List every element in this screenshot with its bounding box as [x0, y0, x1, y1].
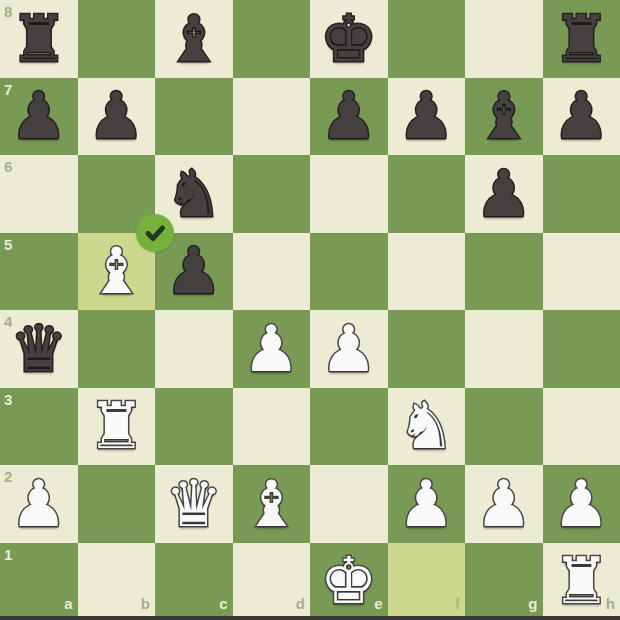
- square-b4[interactable]: [78, 310, 156, 388]
- square-c3[interactable]: [155, 388, 233, 466]
- rank-label-3: 3: [4, 391, 12, 408]
- piece-white-queen[interactable]: ♛: [155, 465, 233, 543]
- square-a7[interactable]: ♟7: [0, 78, 78, 156]
- square-f1[interactable]: f: [388, 543, 466, 620]
- square-d4[interactable]: ♟: [233, 310, 311, 388]
- square-e1[interactable]: ♚e: [310, 543, 388, 620]
- square-h7[interactable]: ♟: [543, 78, 620, 156]
- square-f2[interactable]: ♟: [388, 465, 466, 543]
- square-h5[interactable]: [543, 233, 620, 311]
- piece-white-pawn[interactable]: ♟: [310, 310, 388, 388]
- piece-black-rook[interactable]: ♜: [543, 0, 620, 78]
- square-c4[interactable]: [155, 310, 233, 388]
- piece-black-pawn[interactable]: ♟: [388, 78, 466, 156]
- piece-black-pawn[interactable]: ♟: [310, 78, 388, 156]
- square-c7[interactable]: [155, 78, 233, 156]
- square-e3[interactable]: [310, 388, 388, 466]
- square-b2[interactable]: [78, 465, 156, 543]
- square-f4[interactable]: [388, 310, 466, 388]
- square-a5[interactable]: 5: [0, 233, 78, 311]
- piece-black-pawn[interactable]: ♟: [465, 155, 543, 233]
- file-label-a: a: [64, 595, 72, 612]
- square-f7[interactable]: ♟: [388, 78, 466, 156]
- square-g7[interactable]: ♝: [465, 78, 543, 156]
- file-label-b: b: [141, 595, 150, 612]
- rank-label-6: 6: [4, 158, 12, 175]
- square-h4[interactable]: [543, 310, 620, 388]
- checkmark-icon: [142, 220, 168, 246]
- square-c8[interactable]: ♝: [155, 0, 233, 78]
- rank-label-8: 8: [4, 3, 12, 20]
- piece-black-pawn[interactable]: ♟: [78, 78, 156, 156]
- square-b8[interactable]: [78, 0, 156, 78]
- file-label-g: g: [528, 595, 537, 612]
- piece-white-rook[interactable]: ♜: [78, 388, 156, 466]
- square-a4[interactable]: ♛4: [0, 310, 78, 388]
- square-c2[interactable]: ♛: [155, 465, 233, 543]
- file-label-d: d: [296, 595, 305, 612]
- square-g3[interactable]: [465, 388, 543, 466]
- square-b7[interactable]: ♟: [78, 78, 156, 156]
- square-d5[interactable]: [233, 233, 311, 311]
- square-a2[interactable]: ♟2: [0, 465, 78, 543]
- square-f8[interactable]: [388, 0, 466, 78]
- piece-white-pawn[interactable]: ♟: [388, 465, 466, 543]
- piece-white-pawn[interactable]: ♟: [233, 310, 311, 388]
- rank-label-1: 1: [4, 546, 12, 563]
- piece-black-bishop[interactable]: ♝: [155, 0, 233, 78]
- square-d2[interactable]: ♝: [233, 465, 311, 543]
- piece-white-pawn[interactable]: ♟: [543, 465, 620, 543]
- square-e7[interactable]: ♟: [310, 78, 388, 156]
- square-b3[interactable]: ♜: [78, 388, 156, 466]
- square-h3[interactable]: [543, 388, 620, 466]
- square-c1[interactable]: c: [155, 543, 233, 620]
- square-a8[interactable]: ♜8: [0, 0, 78, 78]
- square-h1[interactable]: ♜h: [543, 543, 620, 620]
- square-d6[interactable]: [233, 155, 311, 233]
- square-b1[interactable]: b: [78, 543, 156, 620]
- square-g8[interactable]: [465, 0, 543, 78]
- square-g2[interactable]: ♟: [465, 465, 543, 543]
- square-f6[interactable]: [388, 155, 466, 233]
- square-h8[interactable]: ♜: [543, 0, 620, 78]
- piece-white-bishop[interactable]: ♝: [233, 465, 311, 543]
- square-h2[interactable]: ♟: [543, 465, 620, 543]
- square-g5[interactable]: [465, 233, 543, 311]
- piece-black-bishop[interactable]: ♝: [465, 78, 543, 156]
- rank-label-4: 4: [4, 313, 12, 330]
- file-label-f: f: [455, 595, 460, 612]
- rank-label-7: 7: [4, 81, 12, 98]
- file-label-c: c: [219, 595, 227, 612]
- square-d3[interactable]: [233, 388, 311, 466]
- square-a1[interactable]: 1a: [0, 543, 78, 620]
- file-label-e: e: [374, 595, 382, 612]
- rank-label-2: 2: [4, 468, 12, 485]
- square-e4[interactable]: ♟: [310, 310, 388, 388]
- square-e2[interactable]: [310, 465, 388, 543]
- file-label-h: h: [606, 595, 615, 612]
- square-a6[interactable]: 6: [0, 155, 78, 233]
- chess-board: ♜8♝♚♜♟7♟♟♟♝♟6♞♟5♝♟♛4♟♟3♜♞♟2♛♝♟♟♟1abcd♚ef…: [0, 0, 620, 620]
- square-g1[interactable]: g: [465, 543, 543, 620]
- piece-black-pawn[interactable]: ♟: [543, 78, 620, 156]
- square-d8[interactable]: [233, 0, 311, 78]
- piece-white-pawn[interactable]: ♟: [465, 465, 543, 543]
- square-h6[interactable]: [543, 155, 620, 233]
- square-f3[interactable]: ♞: [388, 388, 466, 466]
- square-a3[interactable]: 3: [0, 388, 78, 466]
- best-move-badge: [136, 214, 174, 252]
- piece-black-king[interactable]: ♚: [310, 0, 388, 78]
- square-d7[interactable]: [233, 78, 311, 156]
- board-grid: ♜8♝♚♜♟7♟♟♟♝♟6♞♟5♝♟♛4♟♟3♜♞♟2♛♝♟♟♟1abcd♚ef…: [0, 0, 620, 620]
- square-d1[interactable]: d: [233, 543, 311, 620]
- square-e5[interactable]: [310, 233, 388, 311]
- piece-white-knight[interactable]: ♞: [388, 388, 466, 466]
- square-f5[interactable]: [388, 233, 466, 311]
- square-e8[interactable]: ♚: [310, 0, 388, 78]
- rank-label-5: 5: [4, 236, 12, 253]
- square-g4[interactable]: [465, 310, 543, 388]
- square-g6[interactable]: ♟: [465, 155, 543, 233]
- square-e6[interactable]: [310, 155, 388, 233]
- board-bottom-edge: [0, 616, 620, 620]
